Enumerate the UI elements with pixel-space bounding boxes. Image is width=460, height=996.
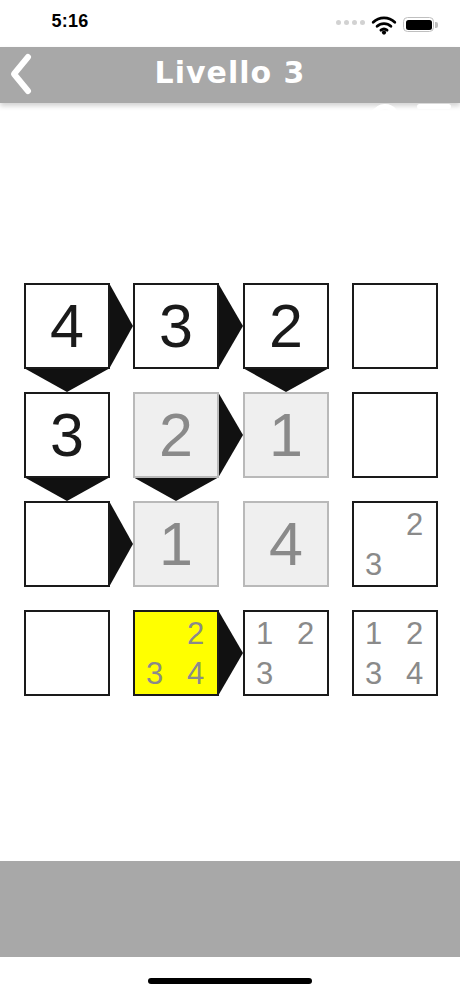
pencil-mark-1: 1 [365,618,382,649]
pencil-mark-1: 1 [256,618,273,649]
undo-button[interactable] [366,100,404,140]
home-indicator[interactable] [148,978,312,984]
cell-r1c2[interactable]: 3 [133,283,219,369]
cell-r3c2[interactable]: 1 [133,501,219,587]
cell-r1c1[interactable]: 4 [24,283,110,369]
cell-value: 1 [269,405,303,466]
undo-arrow-icon [366,100,402,138]
cell-r3c1[interactable] [24,501,110,587]
cell-r1c3[interactable]: 2 [243,283,329,369]
inequality-arrow-right [219,610,243,696]
pencil-mark-3: 3 [365,548,382,579]
pencil-mark-2: 2 [406,618,423,649]
cell-value: 2 [159,405,193,466]
cell-r2c4[interactable] [352,392,438,478]
page-title: Livello 3 [0,55,460,90]
number-keypad-bar: 1234 [0,861,460,957]
cell-value: 1 [159,514,193,575]
app-screen: 5:16 Livello 3 [0,0,460,996]
cell-r2c1[interactable]: 3 [24,392,110,478]
inequality-arrow-down [243,369,329,392]
pencil-mark-3: 3 [365,657,382,688]
inequality-arrow-right [110,283,133,369]
cell-r4c3[interactable]: 123 [243,610,329,696]
battery-icon [403,17,434,32]
wifi-icon [371,15,397,35]
pencil-mark-4: 4 [406,657,423,688]
pencil-mark-4: 4 [187,657,204,688]
inequality-arrow-down [133,478,219,501]
pencil-mark-3: 3 [146,657,163,688]
status-time: 5:16 [38,11,102,32]
cell-r4c2[interactable]: 234 [133,610,219,696]
inequality-arrow-right [110,501,133,587]
inequality-arrow-down [24,478,110,501]
cell-r2c3[interactable]: 1 [243,392,329,478]
cell-r3c3[interactable]: 4 [243,501,329,587]
cell-value: 3 [50,405,84,466]
cell-r2c2[interactable]: 2 [133,392,219,478]
inequality-arrow-down [24,369,110,392]
inequality-arrow-right [219,283,243,369]
pencil-mark-2: 2 [406,509,423,540]
cell-value: 3 [159,296,193,357]
cellular-signal-icon [336,20,365,25]
pencil-mark-2: 2 [297,618,314,649]
cell-value: 4 [50,296,84,357]
cell-r4c4[interactable]: 1234 [352,610,438,696]
cell-r1c4[interactable] [352,283,438,369]
pencil-mark-3: 3 [256,657,273,688]
cell-r4c1[interactable] [24,610,110,696]
status-bar: 5:16 [0,0,460,47]
navigation-bar: Livello 3 [0,47,460,103]
inequality-arrow-right [219,392,243,478]
cell-value: 2 [269,296,303,357]
cell-value: 4 [269,514,303,575]
cell-r3c4[interactable]: 23 [352,501,438,587]
hamburger-icon [417,104,451,109]
pencil-mark-2: 2 [187,618,204,649]
menu-button[interactable] [417,104,451,134]
